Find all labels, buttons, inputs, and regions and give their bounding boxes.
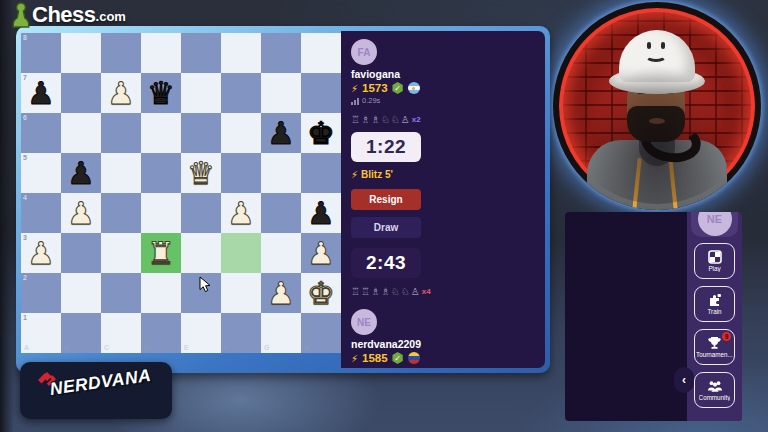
square-e8[interactable]	[181, 33, 221, 73]
game-frame: 87♟♟♛6♟♚5♟♛4♟♟♟3♟♜♟2♟♚1 ABCDEFGH FA favi…	[16, 26, 550, 373]
time-control-label: Blitz 5'	[361, 169, 393, 180]
square-a3[interactable]: 3♟	[21, 233, 61, 273]
square-h6[interactable]: ♚	[301, 113, 341, 153]
square-b3[interactable]	[61, 233, 101, 273]
argentina-flag-icon	[408, 82, 420, 94]
square-a6[interactable]: 6	[21, 113, 61, 153]
sidebar-item-tournaments[interactable]: 9 Tournamen...	[694, 329, 735, 365]
rank-label-8: 8	[23, 34, 27, 41]
bottom-pawn-multiplier: x4	[422, 287, 431, 296]
nerdvana-logo-text: NERDVANA	[49, 365, 153, 400]
white-pawn-b4[interactable]: ♟	[67, 193, 95, 233]
square-b5[interactable]: ♟	[61, 153, 101, 193]
sidebar-item-play[interactable]: Play	[694, 243, 735, 279]
square-b2[interactable]	[61, 273, 101, 313]
top-player-rating: 1573	[362, 82, 388, 94]
square-d5[interactable]	[141, 153, 181, 193]
chesscom-pawn-icon	[10, 1, 32, 28]
community-people-icon	[707, 380, 723, 393]
top-pawn-multiplier: x2	[412, 115, 421, 124]
square-f2[interactable]	[221, 273, 261, 313]
file-label-G: G	[264, 344, 269, 366]
square-g2[interactable]: ♟	[261, 273, 301, 313]
square-d4[interactable]	[141, 193, 181, 233]
black-king-h6[interactable]: ♚	[307, 113, 335, 153]
avatar[interactable]: FA	[351, 39, 377, 65]
square-a4[interactable]: 4	[21, 193, 61, 233]
app-sidebar: NE Play Train	[687, 212, 742, 421]
square-a5[interactable]: 5	[21, 153, 61, 193]
white-king-h2[interactable]: ♚	[307, 273, 335, 313]
nerdvana-logo: NERDVANA	[20, 362, 172, 419]
verified-badge-icon: ✓	[392, 82, 404, 94]
square-h7[interactable]	[301, 73, 341, 113]
square-f8[interactable]	[221, 33, 261, 73]
bottom-captured-pieces: ♖♖♗♗♘♘♙ x4	[351, 286, 537, 297]
bottom-player-rating: 1585	[362, 352, 388, 364]
square-d8[interactable]	[141, 33, 181, 73]
square-b8[interactable]	[61, 33, 101, 73]
top-player-clock: 1:22	[351, 132, 421, 162]
bottom-player-clock: 2:43	[351, 248, 421, 278]
puzzle-icon	[708, 293, 722, 307]
square-f4[interactable]: ♟	[221, 193, 261, 233]
square-c7[interactable]: ♟	[101, 73, 141, 113]
square-e3[interactable]	[181, 233, 221, 273]
square-d7[interactable]: ♛	[141, 73, 181, 113]
square-b7[interactable]	[61, 73, 101, 113]
rank-label-3: 3	[23, 234, 27, 241]
square-e6[interactable]	[181, 113, 221, 153]
square-g4[interactable]	[261, 193, 301, 233]
rank-label-2: 2	[23, 274, 27, 281]
bolt-icon: ⚡	[351, 353, 358, 364]
sidebar-collapse-button[interactable]: ‹	[674, 367, 694, 393]
white-pawn-g2[interactable]: ♟	[267, 273, 295, 313]
square-c8[interactable]	[101, 33, 141, 73]
chess-board[interactable]: 87♟♟♛6♟♚5♟♛4♟♟♟3♟♜♟2♟♚1	[21, 33, 341, 353]
rank-label-7: 7	[23, 74, 27, 81]
verified-badge-icon: ✓	[392, 352, 404, 364]
square-h3[interactable]: ♟	[301, 233, 341, 273]
avatar[interactable]: NE	[351, 309, 377, 335]
black-queen-d7[interactable]: ♛	[147, 73, 175, 113]
square-a8[interactable]: 8	[21, 33, 61, 73]
square-g7[interactable]	[261, 73, 301, 113]
square-h8[interactable]	[301, 33, 341, 73]
black-pawn-b5[interactable]: ♟	[67, 153, 95, 193]
square-f5[interactable]	[221, 153, 261, 193]
white-queen-e5[interactable]: ♛	[187, 153, 215, 193]
square-a7[interactable]: 7♟	[21, 73, 61, 113]
venezuela-flag-icon	[408, 352, 420, 364]
file-label-E: E	[184, 344, 189, 366]
chesscom-logo: Chess .com	[10, 1, 126, 28]
sidebar-avatar-wrap: NE	[691, 212, 738, 237]
white-pawn-a3[interactable]: ♟	[27, 233, 55, 273]
top-player-ping: 0.29s	[362, 96, 380, 105]
resign-button[interactable]: Resign	[351, 189, 421, 210]
avatar[interactable]: NE	[698, 212, 732, 236]
white-pawn-c7[interactable]: ♟	[107, 73, 135, 113]
blitz-bolt-icon: ⚡	[351, 169, 358, 180]
square-g8[interactable]	[261, 33, 301, 73]
sidebar-item-community[interactable]: Community	[694, 372, 735, 408]
file-label-F: F	[224, 344, 228, 366]
square-d6[interactable]	[141, 113, 181, 153]
square-c5[interactable]	[101, 153, 141, 193]
square-g6[interactable]: ♟	[261, 113, 301, 153]
square-c6[interactable]	[101, 113, 141, 153]
top-captured-pieces: ♖♗♗♘♘♙ x2	[351, 114, 537, 125]
chesscom-logo-suffix: .com	[96, 6, 126, 28]
tournaments-badge: 9	[722, 332, 731, 341]
webcam-feed	[553, 2, 761, 210]
black-pawn-g6[interactable]: ♟	[267, 113, 295, 153]
bottom-player-ping: 0.27s	[362, 366, 380, 368]
black-pawn-a7[interactable]: ♟	[27, 73, 55, 113]
square-b4[interactable]: ♟	[61, 193, 101, 233]
app-panel: NE Play Train	[565, 212, 742, 421]
rank-label-4: 4	[23, 194, 27, 201]
chesscom-logo-text: Chess	[32, 2, 96, 28]
square-c3[interactable]	[101, 233, 141, 273]
mouse-cursor	[199, 276, 212, 293]
square-a2[interactable]: 2	[21, 273, 61, 313]
white-pawn-h3[interactable]: ♟	[307, 233, 335, 273]
bottom-player-name[interactable]: nerdvana2209	[351, 338, 537, 350]
square-c4[interactable]	[101, 193, 141, 233]
square-g5[interactable]	[261, 153, 301, 193]
play-board-icon	[708, 250, 722, 264]
square-h5[interactable]	[301, 153, 341, 193]
square-f7[interactable]	[221, 73, 261, 113]
square-d2[interactable]	[141, 273, 181, 313]
file-label-H: H	[304, 344, 309, 366]
square-e5[interactable]: ♛	[181, 153, 221, 193]
signal-bars-icon	[351, 98, 359, 105]
square-c2[interactable]	[101, 273, 141, 313]
square-h4[interactable]: ♟	[301, 193, 341, 233]
player-panel: FA faviogana ⚡ 1573 ✓ 0.29s ♖♗♗♘♘♙ x2 1:…	[341, 31, 545, 368]
square-e7[interactable]	[181, 73, 221, 113]
square-f6[interactable]	[221, 113, 261, 153]
top-player-name[interactable]: faviogana	[351, 68, 537, 80]
square-h2[interactable]: ♚	[301, 273, 341, 313]
square-d3[interactable]: ♜	[141, 233, 181, 273]
white-rook-d3[interactable]: ♜	[147, 233, 175, 273]
white-pawn-f4[interactable]: ♟	[227, 193, 255, 233]
trophy-icon	[707, 336, 722, 350]
board-wrap: 87♟♟♛6♟♚5♟♛4♟♟♟3♟♜♟2♟♚1 ABCDEFGH	[21, 31, 341, 368]
black-pawn-h4[interactable]: ♟	[307, 193, 335, 233]
square-g3[interactable]	[261, 233, 301, 273]
square-f3[interactable]	[221, 233, 261, 273]
bolt-icon: ⚡	[351, 83, 358, 94]
rank-label-5: 5	[23, 154, 27, 161]
draw-button[interactable]: Draw	[351, 217, 421, 238]
square-b6[interactable]	[61, 113, 101, 153]
rank-label-1: 1	[23, 314, 27, 321]
square-e4[interactable]	[181, 193, 221, 233]
sidebar-item-train[interactable]: Train	[694, 286, 735, 322]
rank-label-6: 6	[23, 114, 27, 121]
